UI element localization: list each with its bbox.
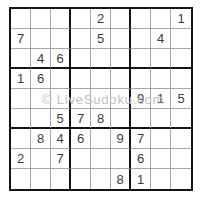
cell-r5c9[interactable]: 5 — [171, 89, 191, 109]
cell-r4c5[interactable] — [91, 69, 111, 89]
cell-r9c5[interactable] — [91, 169, 111, 189]
cell-r9c8[interactable] — [151, 169, 171, 189]
cell-r3c6[interactable] — [111, 49, 131, 69]
cell-r8c2[interactable] — [31, 149, 51, 169]
cell-r1c3[interactable] — [51, 9, 71, 29]
cell-r1c6[interactable] — [111, 9, 131, 29]
cell-r9c6[interactable]: 8 — [111, 169, 131, 189]
cell-r3c2[interactable]: 4 — [31, 49, 51, 69]
cell-r8c4[interactable] — [71, 149, 91, 169]
cell-r5c6[interactable] — [111, 89, 131, 109]
cell-r3c1[interactable] — [11, 49, 31, 69]
cell-r4c1[interactable]: 1 — [11, 69, 31, 89]
cell-r6c3[interactable]: 5 — [51, 109, 71, 129]
cell-r5c8[interactable]: 1 — [151, 89, 171, 109]
cell-r2c8[interactable]: 4 — [151, 29, 171, 49]
cell-r1c5[interactable]: 2 — [91, 9, 111, 29]
cell-r2c5[interactable]: 5 — [91, 29, 111, 49]
cell-r3c9[interactable] — [171, 49, 191, 69]
cell-r1c4[interactable] — [71, 9, 91, 29]
cell-r9c2[interactable] — [31, 169, 51, 189]
cell-r2c1[interactable]: 7 — [11, 29, 31, 49]
cell-r4c8[interactable] — [151, 69, 171, 89]
cell-r4c9[interactable] — [171, 69, 191, 89]
cell-r4c6[interactable] — [111, 69, 131, 89]
page: 2175446169155788469727681 © LiveSudoku.c… — [0, 0, 200, 200]
cell-r7c2[interactable]: 8 — [31, 129, 51, 149]
cell-r1c7[interactable] — [131, 9, 151, 29]
cell-r6c7[interactable] — [131, 109, 151, 129]
cell-r2c3[interactable] — [51, 29, 71, 49]
cell-r7c6[interactable]: 9 — [111, 129, 131, 149]
cell-r1c9[interactable]: 1 — [171, 9, 191, 29]
cell-r8c7[interactable]: 6 — [131, 149, 151, 169]
cell-r9c9[interactable] — [171, 169, 191, 189]
cell-r7c7[interactable]: 7 — [131, 129, 151, 149]
cell-r3c7[interactable] — [131, 49, 151, 69]
cell-r7c4[interactable]: 6 — [71, 129, 91, 149]
cell-r6c9[interactable] — [171, 109, 191, 129]
cell-r5c2[interactable] — [31, 89, 51, 109]
cell-r9c1[interactable] — [11, 169, 31, 189]
cell-r7c8[interactable] — [151, 129, 171, 149]
cell-r8c8[interactable] — [151, 149, 171, 169]
cell-r3c3[interactable]: 6 — [51, 49, 71, 69]
cell-r2c4[interactable] — [71, 29, 91, 49]
cell-r9c7[interactable]: 1 — [131, 169, 151, 189]
cell-r2c9[interactable] — [171, 29, 191, 49]
cell-r7c1[interactable] — [11, 129, 31, 149]
cell-r5c5[interactable] — [91, 89, 111, 109]
cell-r3c5[interactable] — [91, 49, 111, 69]
cell-r4c4[interactable] — [71, 69, 91, 89]
cell-r5c4[interactable] — [71, 89, 91, 109]
cell-r6c5[interactable]: 8 — [91, 109, 111, 129]
sudoku-board: 2175446169155788469727681 — [9, 7, 193, 191]
cell-r6c6[interactable] — [111, 109, 131, 129]
cell-r2c6[interactable] — [111, 29, 131, 49]
cell-r9c3[interactable] — [51, 169, 71, 189]
cell-r4c3[interactable] — [51, 69, 71, 89]
cell-r7c9[interactable] — [171, 129, 191, 149]
cell-r6c8[interactable] — [151, 109, 171, 129]
cell-r8c3[interactable]: 7 — [51, 149, 71, 169]
cell-r7c3[interactable]: 4 — [51, 129, 71, 149]
cell-r8c5[interactable] — [91, 149, 111, 169]
cell-r2c2[interactable] — [31, 29, 51, 49]
cell-r5c1[interactable] — [11, 89, 31, 109]
cell-r6c2[interactable] — [31, 109, 51, 129]
cell-r5c3[interactable] — [51, 89, 71, 109]
cell-r4c2[interactable]: 6 — [31, 69, 51, 89]
cell-r8c6[interactable] — [111, 149, 131, 169]
cell-r4c7[interactable] — [131, 69, 151, 89]
cell-r6c1[interactable] — [11, 109, 31, 129]
cell-r6c4[interactable]: 7 — [71, 109, 91, 129]
cell-r7c5[interactable] — [91, 129, 111, 149]
cell-r5c7[interactable]: 9 — [131, 89, 151, 109]
cell-r3c8[interactable] — [151, 49, 171, 69]
cell-r1c8[interactable] — [151, 9, 171, 29]
cell-r1c1[interactable] — [11, 9, 31, 29]
cell-r2c7[interactable] — [131, 29, 151, 49]
cell-r8c1[interactable]: 2 — [11, 149, 31, 169]
cell-r9c4[interactable] — [71, 169, 91, 189]
cell-r3c4[interactable] — [71, 49, 91, 69]
cell-r8c9[interactable] — [171, 149, 191, 169]
cell-r1c2[interactable] — [31, 9, 51, 29]
